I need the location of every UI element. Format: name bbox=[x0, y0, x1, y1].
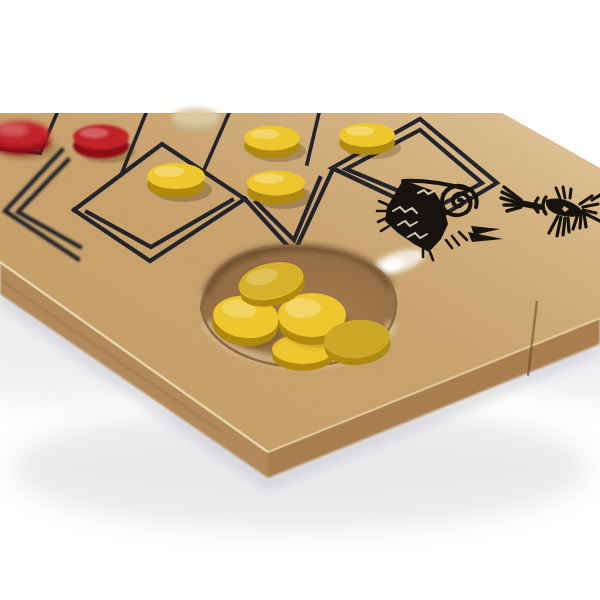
photo-stage bbox=[0, 0, 600, 600]
piece-blurred-pale[interactable] bbox=[172, 108, 220, 132]
